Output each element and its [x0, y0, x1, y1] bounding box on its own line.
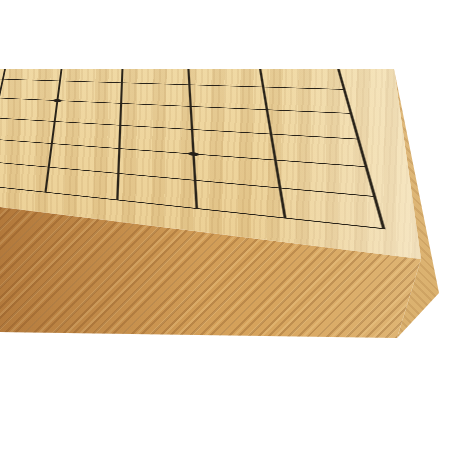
goban-cell	[57, 81, 122, 104]
photo-crop-window	[0, 69, 452, 346]
goban-cell	[118, 174, 198, 209]
goban-cell	[0, 79, 60, 100]
goban-cell	[0, 162, 49, 193]
goban-grid	[0, 69, 386, 229]
goban-cell	[45, 167, 118, 200]
product-photo-canvas	[0, 0, 452, 452]
